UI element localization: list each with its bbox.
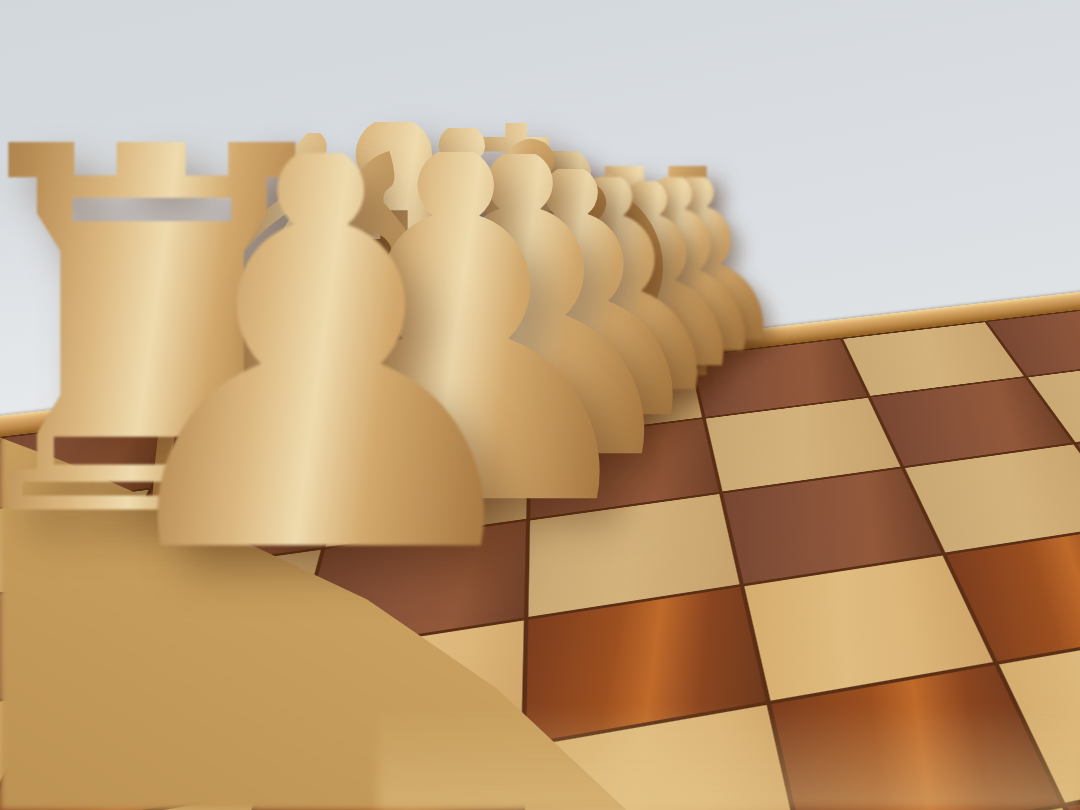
piece-white-pawn-a2: ♟ <box>77 153 566 562</box>
photo-scene: ♜♞♝♛♚♝♞♜♟♟♟♟♟♟♟♟ <box>0 0 1080 810</box>
pieces-layer: ♜♞♝♛♚♝♞♜♟♟♟♟♟♟♟♟ <box>0 0 1080 810</box>
